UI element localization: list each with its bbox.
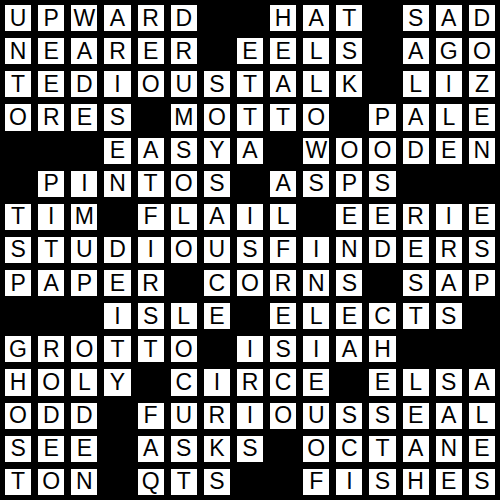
block-r9c6	[169, 268, 199, 298]
cell-r7c3[interactable]: M	[69, 202, 99, 232]
cell-r11c6[interactable]: O	[169, 334, 199, 364]
cell-r8c10[interactable]: I	[301, 235, 331, 265]
cell-r9c9[interactable]: R	[268, 268, 298, 298]
cell-r9c13[interactable]: S	[401, 268, 431, 298]
block-r12c5	[136, 367, 166, 397]
cell-r12c8[interactable]: R	[235, 367, 265, 397]
cell-r13c10[interactable]: U	[301, 401, 331, 431]
cell-r13c6[interactable]: U	[169, 401, 199, 431]
cell-r1c10[interactable]: A	[301, 3, 331, 33]
cell-r1c9[interactable]: H	[268, 3, 298, 33]
cell-r6c4[interactable]: N	[102, 169, 132, 199]
cell-r10c12[interactable]: C	[367, 301, 397, 331]
cell-r8c7[interactable]: U	[202, 235, 232, 265]
cell-r3c10[interactable]: L	[301, 69, 331, 99]
cell-r5c6[interactable]: S	[169, 136, 199, 166]
cell-r11c10[interactable]: I	[301, 334, 331, 364]
cell-r10c6[interactable]: L	[169, 301, 199, 331]
cell-r9c11[interactable]: S	[334, 268, 364, 298]
cell-r7c15[interactable]: E	[467, 202, 497, 232]
cell-r12c2[interactable]: O	[36, 367, 66, 397]
block-r15c8	[235, 467, 265, 497]
cell-r8c9[interactable]: F	[268, 235, 298, 265]
cell-r8c14[interactable]: R	[434, 235, 464, 265]
cell-r11c3[interactable]: O	[69, 334, 99, 364]
cell-r8c3[interactable]: U	[69, 235, 99, 265]
block-r10c1	[3, 301, 33, 331]
cell-r1c14[interactable]: A	[434, 3, 464, 33]
cell-r5c7[interactable]: Y	[202, 136, 232, 166]
cell-r4c10[interactable]: O	[301, 102, 331, 132]
cell-r15c6[interactable]: T	[169, 467, 199, 497]
cell-r5c10[interactable]: W	[301, 136, 331, 166]
block-r6c13	[401, 169, 431, 199]
cell-r7c1[interactable]: T	[3, 202, 33, 232]
cell-r15c15[interactable]: S	[467, 467, 497, 497]
cell-r8c13[interactable]: E	[401, 235, 431, 265]
cell-r13c11[interactable]: S	[334, 401, 364, 431]
cell-r3c1[interactable]: T	[3, 69, 33, 99]
cell-r5c4[interactable]: E	[102, 136, 132, 166]
cell-r14c12[interactable]: T	[367, 434, 397, 464]
block-r12c11	[334, 367, 364, 397]
cell-r13c9[interactable]: O	[268, 401, 298, 431]
cell-r10c10[interactable]: L	[301, 301, 331, 331]
cell-r15c1[interactable]: T	[3, 467, 33, 497]
cell-r10c7[interactable]: E	[202, 301, 232, 331]
cell-r13c3[interactable]: D	[69, 401, 99, 431]
cell-r4c8[interactable]: T	[235, 102, 265, 132]
block-r6c14	[434, 169, 464, 199]
block-r15c9	[268, 467, 298, 497]
block-r9c12	[367, 268, 397, 298]
cell-r2c4[interactable]: R	[102, 36, 132, 66]
cell-r2c10[interactable]: L	[301, 36, 331, 66]
block-r11c7	[202, 334, 232, 364]
cell-r9c5[interactable]: R	[136, 268, 166, 298]
cell-r4c7[interactable]: O	[202, 102, 232, 132]
cell-r11c9[interactable]: S	[268, 334, 298, 364]
cell-r15c2[interactable]: O	[36, 467, 66, 497]
cell-r15c3[interactable]: N	[69, 467, 99, 497]
cell-r13c8[interactable]: I	[235, 401, 265, 431]
block-r7c10	[301, 202, 331, 232]
cell-r7c12[interactable]: E	[367, 202, 397, 232]
cell-r3c4[interactable]: I	[102, 69, 132, 99]
cell-r14c2[interactable]: E	[36, 434, 66, 464]
cell-r3c5[interactable]: O	[136, 69, 166, 99]
cell-r4c12[interactable]: P	[367, 102, 397, 132]
block-r1c12	[367, 3, 397, 33]
cell-r5c8[interactable]: A	[235, 136, 265, 166]
cell-r5c15[interactable]: N	[467, 136, 497, 166]
block-r14c9	[268, 434, 298, 464]
cell-r10c13[interactable]: T	[401, 301, 431, 331]
block-r6c15	[467, 169, 497, 199]
block-r1c7	[202, 3, 232, 33]
cell-r14c15[interactable]: E	[467, 434, 497, 464]
cell-r7c5[interactable]: F	[136, 202, 166, 232]
cell-r12c13[interactable]: L	[401, 367, 431, 397]
cell-r14c7[interactable]: K	[202, 434, 232, 464]
cell-r5c13[interactable]: D	[401, 136, 431, 166]
cell-r3c2[interactable]: E	[36, 69, 66, 99]
cell-r6c11[interactable]: P	[334, 169, 364, 199]
cell-r3c7[interactable]: S	[202, 69, 232, 99]
cell-r2c1[interactable]: N	[3, 36, 33, 66]
cell-r8c5[interactable]: I	[136, 235, 166, 265]
block-r7c4	[102, 202, 132, 232]
cell-r4c2[interactable]: R	[36, 102, 66, 132]
cell-r7c2[interactable]: I	[36, 202, 66, 232]
crossword-grid: UPWARDHATSADNEAREREELSAGOTEDIOUSTALKLIZO…	[0, 0, 500, 500]
block-r6c8	[235, 169, 265, 199]
cell-r10c4[interactable]: I	[102, 301, 132, 331]
block-r4c5	[136, 102, 166, 132]
cell-r3c11[interactable]: K	[334, 69, 364, 99]
cell-r15c12[interactable]: S	[367, 467, 397, 497]
block-r5c1	[3, 136, 33, 166]
cell-r3c15[interactable]: Z	[467, 69, 497, 99]
block-r10c15	[467, 301, 497, 331]
block-r4c11	[334, 102, 364, 132]
cell-r4c3[interactable]: E	[69, 102, 99, 132]
cell-r4c15[interactable]: E	[467, 102, 497, 132]
cell-r2c6[interactable]: R	[169, 36, 199, 66]
block-r10c8	[235, 301, 265, 331]
cell-r10c5[interactable]: S	[136, 301, 166, 331]
cell-r5c11[interactable]: O	[334, 136, 364, 166]
cell-r15c14[interactable]: E	[434, 467, 464, 497]
cell-r14c5[interactable]: A	[136, 434, 166, 464]
cell-r11c4[interactable]: T	[102, 334, 132, 364]
cell-r10c11[interactable]: E	[334, 301, 364, 331]
cell-r4c6[interactable]: M	[169, 102, 199, 132]
cell-r8c4[interactable]: D	[102, 235, 132, 265]
cell-r8c12[interactable]: D	[367, 235, 397, 265]
cell-r11c12[interactable]: H	[367, 334, 397, 364]
cell-r1c3[interactable]: W	[69, 3, 99, 33]
cell-r8c1[interactable]: S	[3, 235, 33, 265]
block-r1c8	[235, 3, 265, 33]
cell-r6c3[interactable]: I	[69, 169, 99, 199]
cell-r1c1[interactable]: U	[3, 3, 33, 33]
cell-r2c14[interactable]: G	[434, 36, 464, 66]
cell-r14c6[interactable]: S	[169, 434, 199, 464]
cell-r15c13[interactable]: H	[401, 467, 431, 497]
block-r2c12	[367, 36, 397, 66]
cell-r5c5[interactable]: A	[136, 136, 166, 166]
cell-r13c12[interactable]: S	[367, 401, 397, 431]
cell-r3c9[interactable]: A	[268, 69, 298, 99]
cell-r15c11[interactable]: I	[334, 467, 364, 497]
cell-r13c1[interactable]: O	[3, 401, 33, 431]
cell-r8c11[interactable]: N	[334, 235, 364, 265]
cell-r1c2[interactable]: P	[36, 3, 66, 33]
cell-r7c6[interactable]: L	[169, 202, 199, 232]
cell-r9c10[interactable]: N	[301, 268, 331, 298]
cell-r5c12[interactable]: O	[367, 136, 397, 166]
cell-r9c8[interactable]: O	[235, 268, 265, 298]
cell-r4c9[interactable]: T	[268, 102, 298, 132]
cell-r3c13[interactable]: L	[401, 69, 431, 99]
cell-r11c2[interactable]: R	[36, 334, 66, 364]
cell-r1c5[interactable]: R	[136, 3, 166, 33]
cell-r12c10[interactable]: E	[301, 367, 331, 397]
cell-r9c4[interactable]: E	[102, 268, 132, 298]
cell-r2c5[interactable]: E	[136, 36, 166, 66]
cell-r15c7[interactable]: S	[202, 467, 232, 497]
cell-r6c6[interactable]: O	[169, 169, 199, 199]
cell-r9c2[interactable]: A	[36, 268, 66, 298]
cell-r14c1[interactable]: S	[3, 434, 33, 464]
cell-r2c9[interactable]: E	[268, 36, 298, 66]
cell-r6c5[interactable]: T	[136, 169, 166, 199]
cell-r4c13[interactable]: A	[401, 102, 431, 132]
cell-r15c10[interactable]: F	[301, 467, 331, 497]
cell-r8c6[interactable]: O	[169, 235, 199, 265]
cell-r13c7[interactable]: R	[202, 401, 232, 431]
cell-r4c14[interactable]: L	[434, 102, 464, 132]
cell-r9c3[interactable]: P	[69, 268, 99, 298]
cell-r14c3[interactable]: E	[69, 434, 99, 464]
block-r6c1	[3, 169, 33, 199]
cell-r13c13[interactable]: E	[401, 401, 431, 431]
cell-r8c15[interactable]: S	[467, 235, 497, 265]
cell-r15c5[interactable]: Q	[136, 467, 166, 497]
cell-r5c14[interactable]: E	[434, 136, 464, 166]
cell-r12c15[interactable]: A	[467, 367, 497, 397]
block-r11c14	[434, 334, 464, 364]
cell-r2c15[interactable]: O	[467, 36, 497, 66]
cell-r1c4[interactable]: A	[102, 3, 132, 33]
cell-r9c15[interactable]: P	[467, 268, 497, 298]
cell-r7c11[interactable]: E	[334, 202, 364, 232]
cell-r7c7[interactable]: A	[202, 202, 232, 232]
cell-r14c13[interactable]: A	[401, 434, 431, 464]
cell-r3c3[interactable]: D	[69, 69, 99, 99]
block-r10c3	[69, 301, 99, 331]
cell-r3c14[interactable]: I	[434, 69, 464, 99]
cell-r8c2[interactable]: T	[36, 235, 66, 265]
cell-r14c8[interactable]: S	[235, 434, 265, 464]
cell-r12c12[interactable]: E	[367, 367, 397, 397]
block-r5c2	[36, 136, 66, 166]
cell-r6c7[interactable]: S	[202, 169, 232, 199]
block-r5c3	[69, 136, 99, 166]
cell-r7c13[interactable]: R	[401, 202, 431, 232]
cell-r12c6[interactable]: C	[169, 367, 199, 397]
cell-r12c7[interactable]: I	[202, 367, 232, 397]
cell-r9c1[interactable]: P	[3, 268, 33, 298]
block-r11c15	[467, 334, 497, 364]
cell-r12c3[interactable]: L	[69, 367, 99, 397]
cell-r4c4[interactable]: S	[102, 102, 132, 132]
cell-r11c11[interactable]: A	[334, 334, 364, 364]
cell-r10c14[interactable]: S	[434, 301, 464, 331]
cell-r10c9[interactable]: E	[268, 301, 298, 331]
block-r2c7	[202, 36, 232, 66]
cell-r12c4[interactable]: Y	[102, 367, 132, 397]
cell-r14c14[interactable]: N	[434, 434, 464, 464]
cell-r1c11[interactable]: T	[334, 3, 364, 33]
cell-r7c8[interactable]: I	[235, 202, 265, 232]
cell-r13c2[interactable]: D	[36, 401, 66, 431]
cell-r13c14[interactable]: A	[434, 401, 464, 431]
cell-r2c8[interactable]: E	[235, 36, 265, 66]
cell-r9c7[interactable]: C	[202, 268, 232, 298]
cell-r11c8[interactable]: I	[235, 334, 265, 364]
cell-r13c5[interactable]: F	[136, 401, 166, 431]
cell-r1c15[interactable]: D	[467, 3, 497, 33]
cell-r2c3[interactable]: A	[69, 36, 99, 66]
cell-r2c11[interactable]: S	[334, 36, 364, 66]
block-r10c2	[36, 301, 66, 331]
cell-r11c1[interactable]: G	[3, 334, 33, 364]
cell-r14c11[interactable]: C	[334, 434, 364, 464]
cell-r6c9[interactable]: A	[268, 169, 298, 199]
cell-r1c6[interactable]: D	[169, 3, 199, 33]
cell-r11c5[interactable]: T	[136, 334, 166, 364]
block-r14c4	[102, 434, 132, 464]
cell-r12c14[interactable]: S	[434, 367, 464, 397]
cell-r12c1[interactable]: H	[3, 367, 33, 397]
cell-r2c2[interactable]: E	[36, 36, 66, 66]
cell-r7c9[interactable]: L	[268, 202, 298, 232]
cell-r6c12[interactable]: S	[367, 169, 397, 199]
cell-r6c2[interactable]: P	[36, 169, 66, 199]
cell-r7c14[interactable]: I	[434, 202, 464, 232]
block-r3c12	[367, 69, 397, 99]
cell-r13c15[interactable]: L	[467, 401, 497, 431]
cell-r1c13[interactable]: S	[401, 3, 431, 33]
block-r15c4	[102, 467, 132, 497]
cell-r3c8[interactable]: T	[235, 69, 265, 99]
cell-r2c13[interactable]: A	[401, 36, 431, 66]
block-r11c13	[401, 334, 431, 364]
cell-r14c10[interactable]: O	[301, 434, 331, 464]
block-r5c9	[268, 136, 298, 166]
cell-r4c1[interactable]: O	[3, 102, 33, 132]
block-r13c4	[102, 401, 132, 431]
cell-r8c8[interactable]: S	[235, 235, 265, 265]
cell-r9c14[interactable]: A	[434, 268, 464, 298]
cell-r3c6[interactable]: U	[169, 69, 199, 99]
cell-r6c10[interactable]: S	[301, 169, 331, 199]
cell-r12c9[interactable]: C	[268, 367, 298, 397]
